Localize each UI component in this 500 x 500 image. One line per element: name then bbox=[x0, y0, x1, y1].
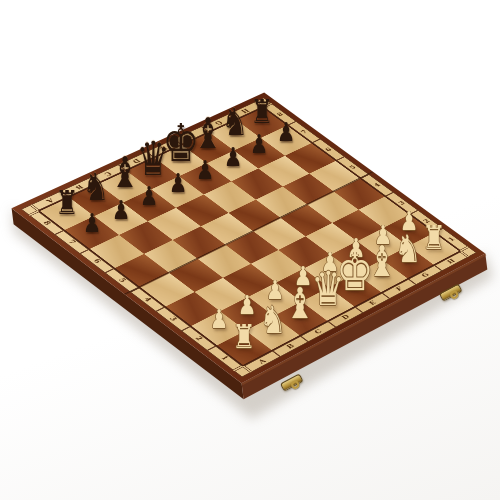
product-photo-stage: AA88BB77CC66DD55EE44FF33GG22HH11 ♜♞♝♛♚♝♞… bbox=[0, 0, 500, 500]
latches-layer bbox=[0, 0, 500, 500]
brass-clasp-1 bbox=[280, 373, 304, 392]
brass-clasp-2 bbox=[439, 283, 463, 302]
